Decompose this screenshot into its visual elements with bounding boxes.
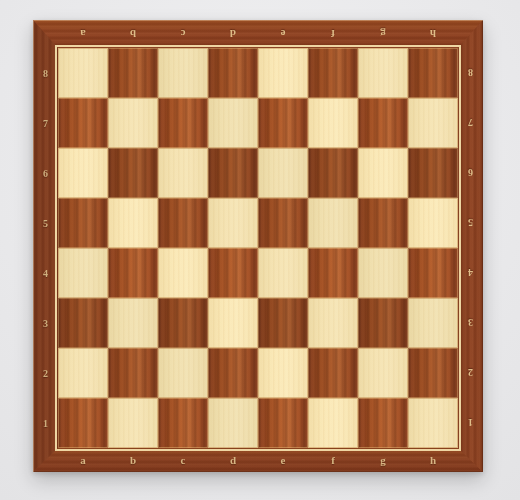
square-f8[interactable] [308, 48, 358, 98]
square-f6[interactable] [308, 148, 358, 198]
square-a1[interactable] [58, 398, 108, 448]
file-label-top-g: g [358, 28, 408, 40]
playing-field [58, 48, 458, 448]
rank-label-left-8: 8 [33, 48, 58, 98]
square-h2[interactable] [408, 348, 458, 398]
rank-label-right-7: 7 [458, 98, 483, 148]
square-h6[interactable] [408, 148, 458, 198]
file-label-top-e: e [258, 28, 308, 40]
square-e6[interactable] [258, 148, 308, 198]
rank-label-left-1: 1 [33, 398, 58, 448]
square-b5[interactable] [108, 198, 158, 248]
square-g8[interactable] [358, 48, 408, 98]
square-b7[interactable] [108, 98, 158, 148]
square-c5[interactable] [158, 198, 208, 248]
rank-label-left-2: 2 [33, 348, 58, 398]
square-a3[interactable] [58, 298, 108, 348]
file-label-top-b: b [108, 28, 158, 40]
square-a6[interactable] [58, 148, 108, 198]
square-g1[interactable] [358, 398, 408, 448]
rank-label-right-3: 3 [458, 298, 483, 348]
rank-label-left-4: 4 [33, 248, 58, 298]
square-g6[interactable] [358, 148, 408, 198]
rank-label-right-1: 1 [458, 398, 483, 448]
chess-board: abcdefgh abcdefgh 87654321 87654321 [33, 20, 483, 472]
square-h5[interactable] [408, 198, 458, 248]
square-e4[interactable] [258, 248, 308, 298]
square-f7[interactable] [308, 98, 358, 148]
rank-label-right-6: 6 [458, 148, 483, 198]
rank-label-right-2: 2 [458, 348, 483, 398]
square-d8[interactable] [208, 48, 258, 98]
rank-label-left-7: 7 [33, 98, 58, 148]
square-c4[interactable] [158, 248, 208, 298]
square-b4[interactable] [108, 248, 158, 298]
frame-right: 87654321 [458, 20, 483, 472]
frame-top: abcdefgh [33, 20, 483, 48]
frame-bottom: abcdefgh [33, 448, 483, 472]
file-label-bottom-e: e [258, 454, 308, 466]
square-c1[interactable] [158, 398, 208, 448]
square-d6[interactable] [208, 148, 258, 198]
square-d1[interactable] [208, 398, 258, 448]
square-h8[interactable] [408, 48, 458, 98]
file-label-top-f: f [308, 28, 358, 40]
file-label-bottom-d: d [208, 454, 258, 466]
square-f5[interactable] [308, 198, 358, 248]
square-b1[interactable] [108, 398, 158, 448]
square-b8[interactable] [108, 48, 158, 98]
rank-label-right-5: 5 [458, 198, 483, 248]
square-c3[interactable] [158, 298, 208, 348]
square-g5[interactable] [358, 198, 408, 248]
square-e3[interactable] [258, 298, 308, 348]
square-f3[interactable] [308, 298, 358, 348]
file-label-bottom-b: b [108, 454, 158, 466]
file-label-bottom-a: a [58, 454, 108, 466]
square-f1[interactable] [308, 398, 358, 448]
file-label-top-d: d [208, 28, 258, 40]
square-h4[interactable] [408, 248, 458, 298]
square-c7[interactable] [158, 98, 208, 148]
square-a5[interactable] [58, 198, 108, 248]
square-g4[interactable] [358, 248, 408, 298]
square-b6[interactable] [108, 148, 158, 198]
square-b2[interactable] [108, 348, 158, 398]
square-h1[interactable] [408, 398, 458, 448]
square-c2[interactable] [158, 348, 208, 398]
file-label-bottom-c: c [158, 454, 208, 466]
square-h3[interactable] [408, 298, 458, 348]
square-d4[interactable] [208, 248, 258, 298]
square-g7[interactable] [358, 98, 408, 148]
file-label-bottom-g: g [358, 454, 408, 466]
square-b3[interactable] [108, 298, 158, 348]
square-a8[interactable] [58, 48, 108, 98]
square-g2[interactable] [358, 348, 408, 398]
square-e2[interactable] [258, 348, 308, 398]
rank-label-left-6: 6 [33, 148, 58, 198]
rank-label-left-3: 3 [33, 298, 58, 348]
square-d2[interactable] [208, 348, 258, 398]
square-d7[interactable] [208, 98, 258, 148]
square-e7[interactable] [258, 98, 308, 148]
square-e8[interactable] [258, 48, 308, 98]
square-c8[interactable] [158, 48, 208, 98]
rank-label-left-5: 5 [33, 198, 58, 248]
square-a4[interactable] [58, 248, 108, 298]
square-a7[interactable] [58, 98, 108, 148]
square-c6[interactable] [158, 148, 208, 198]
rank-label-right-4: 4 [458, 248, 483, 298]
square-d3[interactable] [208, 298, 258, 348]
file-label-top-h: h [408, 28, 458, 40]
square-e1[interactable] [258, 398, 308, 448]
square-f2[interactable] [308, 348, 358, 398]
file-label-top-c: c [158, 28, 208, 40]
square-h7[interactable] [408, 98, 458, 148]
file-label-bottom-h: h [408, 454, 458, 466]
rank-label-right-8: 8 [458, 48, 483, 98]
frame-left: 87654321 [33, 20, 58, 472]
file-label-top-a: a [58, 28, 108, 40]
file-label-bottom-f: f [308, 454, 358, 466]
square-a2[interactable] [58, 348, 108, 398]
square-d5[interactable] [208, 198, 258, 248]
square-e5[interactable] [258, 198, 308, 248]
square-g3[interactable] [358, 298, 408, 348]
square-f4[interactable] [308, 248, 358, 298]
